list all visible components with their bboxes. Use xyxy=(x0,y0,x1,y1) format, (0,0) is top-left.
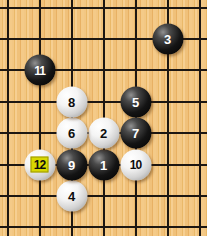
move-number-label: 11 xyxy=(33,63,46,77)
move-number-label: 10 xyxy=(129,158,142,172)
stone-white-12[interactable]: 12 xyxy=(24,149,55,180)
stone-white-10[interactable]: 10 xyxy=(120,149,151,180)
grid-line-vertical-0 xyxy=(7,0,9,236)
stone-white-4[interactable]: 4 xyxy=(56,180,87,211)
stone-white-6[interactable]: 6 xyxy=(56,118,87,149)
move-number-label: 3 xyxy=(163,31,172,46)
move-number-label: 5 xyxy=(131,94,140,109)
stone-black-7[interactable]: 7 xyxy=(120,118,151,149)
stone-black-11[interactable]: 11 xyxy=(24,55,55,86)
stone-black-9[interactable]: 9 xyxy=(56,149,87,180)
go-board[interactable]: 123456789101112 xyxy=(0,0,207,236)
stone-black-5[interactable]: 5 xyxy=(120,86,151,117)
grid-line-vertical-1 xyxy=(39,0,41,236)
move-number-label: 9 xyxy=(67,157,76,172)
stone-black-1[interactable]: 1 xyxy=(88,149,119,180)
grid-line-vertical-6 xyxy=(199,0,201,236)
move-number-label: 4 xyxy=(67,188,76,203)
stone-white-8[interactable]: 8 xyxy=(56,86,87,117)
stone-white-2[interactable]: 2 xyxy=(88,118,119,149)
move-number-label: 8 xyxy=(67,94,76,109)
last-move-number-label: 12 xyxy=(31,157,48,173)
move-number-label: 7 xyxy=(131,126,140,141)
move-number-label: 2 xyxy=(99,126,108,141)
move-number-label: 6 xyxy=(67,126,76,141)
stone-black-3[interactable]: 3 xyxy=(152,23,183,54)
move-number-label: 1 xyxy=(99,157,108,172)
